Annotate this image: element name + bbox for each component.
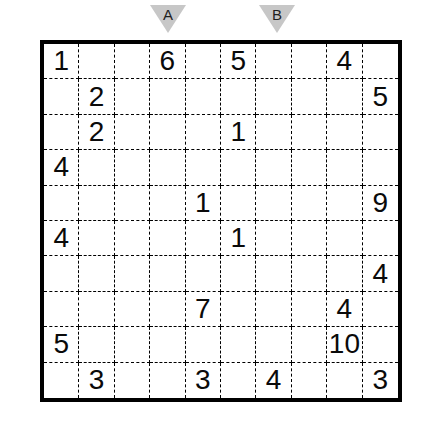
cell-r1c3[interactable] (115, 44, 150, 79)
cell-r3c3[interactable] (115, 115, 150, 150)
cell-r6c8[interactable] (292, 221, 327, 256)
cell-r2c2-clue: 2 (79, 79, 114, 114)
cell-r1c10[interactable] (363, 44, 398, 79)
cell-r9c8[interactable] (292, 327, 327, 362)
cell-r8c3[interactable] (115, 292, 150, 327)
cell-r3c2-clue: 2 (79, 115, 114, 150)
cell-r1c5[interactable] (186, 44, 221, 79)
cell-r3c4[interactable] (150, 115, 185, 150)
cell-r4c2[interactable] (79, 150, 114, 185)
cell-r4c10[interactable] (363, 150, 398, 185)
cell-r5c5-clue: 1 (186, 186, 221, 221)
cell-r2c7[interactable] (256, 79, 291, 114)
cell-r6c5[interactable] (186, 221, 221, 256)
cell-r2c3[interactable] (115, 79, 150, 114)
puzzle-page: A B 16542521419414745103343 (0, 0, 440, 439)
cell-r6c1-clue: 4 (44, 221, 79, 256)
cell-r9c1-clue: 5 (44, 327, 79, 362)
cell-r7c7[interactable] (256, 256, 291, 291)
cell-r2c9[interactable] (327, 79, 362, 114)
cell-r3c10[interactable] (363, 115, 398, 150)
cell-r3c5[interactable] (186, 115, 221, 150)
cell-r5c6[interactable] (221, 186, 256, 221)
cell-r1c6-clue: 5 (221, 44, 256, 79)
cell-r4c3[interactable] (115, 150, 150, 185)
cell-r7c10-clue: 4 (363, 256, 398, 291)
cell-r6c3[interactable] (115, 221, 150, 256)
cell-r10c2-clue: 3 (79, 363, 114, 398)
cell-r9c9-clue: 10 (327, 327, 362, 362)
cell-r9c2[interactable] (79, 327, 114, 362)
cell-r6c4[interactable] (150, 221, 185, 256)
cell-r1c7[interactable] (256, 44, 291, 79)
cell-r1c1-clue: 1 (44, 44, 79, 79)
cell-r2c6[interactable] (221, 79, 256, 114)
cell-r8c8[interactable] (292, 292, 327, 327)
marker-b-label: B (259, 6, 295, 23)
cell-r7c5[interactable] (186, 256, 221, 291)
cell-r7c4[interactable] (150, 256, 185, 291)
cell-r3c7[interactable] (256, 115, 291, 150)
cell-r4c6[interactable] (221, 150, 256, 185)
cell-r4c8[interactable] (292, 150, 327, 185)
cell-r9c5[interactable] (186, 327, 221, 362)
cell-r7c6[interactable] (221, 256, 256, 291)
cell-r7c2[interactable] (79, 256, 114, 291)
cell-r3c1[interactable] (44, 115, 79, 150)
cell-r10c3[interactable] (115, 363, 150, 398)
cell-r3c9[interactable] (327, 115, 362, 150)
cell-r7c9[interactable] (327, 256, 362, 291)
cell-r3c6-clue: 1 (221, 115, 256, 150)
cell-r5c10-clue: 9 (363, 186, 398, 221)
cell-r1c2[interactable] (79, 44, 114, 79)
cell-r2c8[interactable] (292, 79, 327, 114)
cell-r9c10[interactable] (363, 327, 398, 362)
cell-r8c6[interactable] (221, 292, 256, 327)
cell-r9c3[interactable] (115, 327, 150, 362)
cell-r6c6-clue: 1 (221, 221, 256, 256)
cell-r10c6[interactable] (221, 363, 256, 398)
cell-r8c7[interactable] (256, 292, 291, 327)
cell-r1c4-clue: 6 (150, 44, 185, 79)
cell-r6c9[interactable] (327, 221, 362, 256)
cell-r8c5-clue: 7 (186, 292, 221, 327)
cell-r8c4[interactable] (150, 292, 185, 327)
cell-r10c7-clue: 4 (256, 363, 291, 398)
cell-r8c9-clue: 4 (327, 292, 362, 327)
cell-r5c3[interactable] (115, 186, 150, 221)
cell-r2c1[interactable] (44, 79, 79, 114)
cell-r10c4[interactable] (150, 363, 185, 398)
cell-r10c8[interactable] (292, 363, 327, 398)
cell-r1c8[interactable] (292, 44, 327, 79)
cell-r4c7[interactable] (256, 150, 291, 185)
cell-r5c8[interactable] (292, 186, 327, 221)
cell-r5c4[interactable] (150, 186, 185, 221)
puzzle-board: 16542521419414745103343 (40, 40, 402, 402)
cell-r6c2[interactable] (79, 221, 114, 256)
marker-a-label: A (150, 6, 186, 23)
cell-r5c1[interactable] (44, 186, 79, 221)
cell-r7c3[interactable] (115, 256, 150, 291)
cell-r4c5[interactable] (186, 150, 221, 185)
cell-r7c1[interactable] (44, 256, 79, 291)
cell-r10c9[interactable] (327, 363, 362, 398)
cell-r2c4[interactable] (150, 79, 185, 114)
cell-r8c10[interactable] (363, 292, 398, 327)
cell-r1c9-clue: 4 (327, 44, 362, 79)
cell-r4c4[interactable] (150, 150, 185, 185)
cell-r10c10-clue: 3 (363, 363, 398, 398)
cell-r9c7[interactable] (256, 327, 291, 362)
cell-r4c1-clue: 4 (44, 150, 79, 185)
cell-r2c5[interactable] (186, 79, 221, 114)
cell-r8c1[interactable] (44, 292, 79, 327)
cell-r10c5-clue: 3 (186, 363, 221, 398)
cell-r2c10-clue: 5 (363, 79, 398, 114)
cell-r8c2[interactable] (79, 292, 114, 327)
cell-r4c9[interactable] (327, 150, 362, 185)
cell-r5c7[interactable] (256, 186, 291, 221)
cell-r9c4[interactable] (150, 327, 185, 362)
extraction-marker-b: B (259, 5, 295, 33)
cell-r5c2[interactable] (79, 186, 114, 221)
cell-r6c7[interactable] (256, 221, 291, 256)
cell-r10c1[interactable] (44, 363, 79, 398)
cell-r5c9[interactable] (327, 186, 362, 221)
cell-r7c8[interactable] (292, 256, 327, 291)
cell-r3c8[interactable] (292, 115, 327, 150)
cell-r6c10[interactable] (363, 221, 398, 256)
cell-r9c6[interactable] (221, 327, 256, 362)
extraction-marker-a: A (150, 5, 186, 33)
